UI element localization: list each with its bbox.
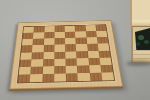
square-b1 bbox=[30, 74, 42, 82]
pieces-box-lid bbox=[130, 0, 150, 27]
pieces-box bbox=[129, 0, 150, 63]
pieces-box-body bbox=[131, 27, 150, 63]
square-g1 bbox=[89, 73, 102, 81]
table-surface bbox=[0, 0, 150, 100]
board-frame bbox=[9, 20, 123, 89]
box-shadow bbox=[126, 61, 150, 66]
black-pieces-in-box bbox=[144, 40, 149, 44]
chess-board bbox=[7, 0, 123, 89]
square-d1 bbox=[54, 73, 66, 81]
square-e1 bbox=[66, 73, 78, 81]
square-a1 bbox=[18, 74, 31, 82]
black-pieces-in-box bbox=[136, 42, 140, 46]
square-h1 bbox=[101, 72, 114, 80]
board-grid bbox=[17, 24, 115, 83]
black-pieces-in-box bbox=[138, 35, 144, 40]
square-c1 bbox=[42, 74, 54, 82]
square-f1 bbox=[78, 73, 90, 81]
